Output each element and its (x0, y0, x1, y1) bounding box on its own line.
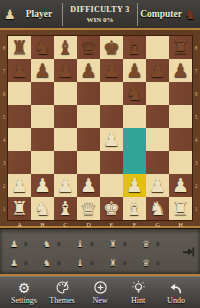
new-label: New (92, 296, 107, 305)
square-g6[interactable] (146, 82, 169, 105)
piece-white-rook[interactable]: ♜ (169, 197, 192, 220)
square-c6[interactable] (54, 82, 77, 105)
square-f2[interactable]: ♟ (123, 174, 146, 197)
piece-white-rook[interactable]: ♜ (8, 197, 31, 220)
square-c4[interactable] (54, 128, 77, 151)
rook-icon: ♜ (109, 239, 117, 249)
square-f6[interactable]: ♞ (123, 82, 146, 105)
square-f1[interactable]: ♝ (123, 197, 146, 220)
square-b5[interactable] (31, 105, 54, 128)
lightbulb-icon (131, 280, 146, 295)
square-a2[interactable]: ♟ (8, 174, 31, 197)
board[interactable]: ♜♞♝♛♚♝♜♟♟♟♟♟♟♟♟♞♟♟♟♟♟♟♟♟♜♞♝♛♚♝♞♜ (8, 36, 192, 220)
square-d5[interactable] (77, 105, 100, 128)
square-g2[interactable]: ♟ (146, 174, 169, 197)
piece-white-pawn[interactable]: ♟ (146, 174, 169, 197)
square-a5[interactable] (8, 105, 31, 128)
knight-icon: ♞ (43, 258, 51, 268)
captured-count: 0 (90, 259, 94, 267)
piece-white-king[interactable]: ♚ (100, 197, 123, 220)
captured-knight: ♞0 (43, 239, 76, 249)
square-d2[interactable]: ♟ (77, 174, 100, 197)
piece-white-queen[interactable]: ♛ (77, 197, 100, 220)
queen-icon: ♛ (142, 258, 150, 268)
rank-label-5: 5 (192, 105, 200, 128)
square-c5[interactable] (54, 105, 77, 128)
square-f7[interactable]: ♟ (123, 59, 146, 82)
square-d7[interactable]: ♟ (77, 59, 100, 82)
rank-label-8: 8 (0, 36, 8, 59)
captured-rook: ♜0 (109, 258, 142, 268)
captured-pieces-tray: ♟0♞0♝0♜0♛0 ♟0♞0♝0♜0♛0 (0, 228, 200, 276)
piece-black-bishop[interactable]: ♝ (54, 36, 77, 59)
rank-label-2: 2 (192, 174, 200, 197)
square-e2[interactable] (100, 174, 123, 197)
piece-black-knight[interactable]: ♞ (123, 82, 146, 105)
piece-black-pawn[interactable]: ♟ (146, 59, 169, 82)
captured-bishop: ♝0 (76, 258, 109, 268)
piece-black-pawn[interactable]: ♟ (31, 59, 54, 82)
piece-black-knight[interactable]: ♞ (31, 36, 54, 59)
rank-label-3: 3 (192, 151, 200, 174)
rank-label-1: 1 (0, 197, 8, 220)
hint-button[interactable]: Hint (119, 280, 157, 305)
captured-queen: ♛0 (142, 258, 175, 268)
piece-white-pawn[interactable]: ♟ (169, 174, 192, 197)
piece-white-pawn[interactable]: ♟ (54, 174, 77, 197)
square-a7[interactable]: ♟ (8, 59, 31, 82)
square-d3[interactable] (77, 151, 100, 174)
rank-label-4: 4 (192, 128, 200, 151)
top-bar: ♟ Player DIFFICULTY 3 WIN 0% Computer ♞ (0, 0, 200, 28)
captured-count: 0 (57, 240, 61, 248)
rook-icon: ♜ (109, 258, 117, 268)
square-h5[interactable] (169, 105, 192, 128)
square-h7[interactable]: ♟ (169, 59, 192, 82)
knight-icon: ♞ (43, 239, 51, 249)
square-d8[interactable]: ♛ (77, 36, 100, 59)
piece-white-pawn[interactable]: ♟ (31, 174, 54, 197)
square-b3[interactable] (31, 151, 54, 174)
square-h3[interactable] (169, 151, 192, 174)
square-c2[interactable]: ♟ (54, 174, 77, 197)
square-f5[interactable] (123, 105, 146, 128)
piece-white-pawn[interactable]: ♟ (77, 174, 100, 197)
themes-label: Themes (49, 296, 74, 305)
rank-label-7: 7 (192, 59, 200, 82)
computer-piece-icon: ♞ (184, 8, 196, 21)
piece-black-pawn[interactable]: ♟ (8, 59, 31, 82)
settings-button[interactable]: ⚙ Settings (5, 280, 43, 305)
square-g8[interactable] (146, 36, 169, 59)
captured-count: 0 (24, 259, 28, 267)
collapse-tray-icon[interactable] (181, 246, 195, 258)
undo-label: Undo (167, 296, 185, 305)
square-e8[interactable]: ♚ (100, 36, 123, 59)
square-b2[interactable]: ♟ (31, 174, 54, 197)
piece-black-pawn[interactable]: ♟ (123, 59, 146, 82)
piece-black-queen[interactable]: ♛ (77, 36, 100, 59)
square-g1[interactable]: ♞ (146, 197, 169, 220)
captured-bishop: ♝0 (76, 239, 109, 249)
piece-black-pawn[interactable]: ♟ (100, 59, 123, 82)
piece-white-pawn[interactable]: ♟ (100, 128, 123, 151)
square-e7[interactable]: ♟ (100, 59, 123, 82)
square-b1[interactable]: ♞ (31, 197, 54, 220)
captured-pawn: ♟0 (10, 239, 43, 249)
plus-circle-icon (93, 280, 108, 295)
difficulty-box: DIFFICULTY 3 WIN 0% (62, 3, 138, 26)
square-a4[interactable] (8, 128, 31, 151)
bishop-icon: ♝ (76, 239, 84, 249)
undo-arrow-icon (169, 280, 184, 295)
square-g7[interactable]: ♟ (146, 59, 169, 82)
hint-label: Hint (131, 296, 145, 305)
piece-white-knight[interactable]: ♞ (146, 197, 169, 220)
rank-label-1: 1 (192, 197, 200, 220)
rank-label-6: 6 (0, 82, 8, 105)
piece-black-rook[interactable]: ♜ (169, 36, 192, 59)
square-a6[interactable] (8, 82, 31, 105)
rank-labels-left: 87654321 (0, 36, 8, 220)
square-h2[interactable]: ♟ (169, 174, 192, 197)
square-d1[interactable]: ♛ (77, 197, 100, 220)
captured-knight: ♞0 (43, 258, 76, 268)
piece-white-bishop[interactable]: ♝ (54, 197, 77, 220)
board-frame: 87654321 87654321 ♜♞♝♛♚♝♜♟♟♟♟♟♟♟♟♞♟♟♟♟♟♟… (0, 28, 200, 228)
player-label: Player (16, 9, 63, 19)
piece-black-pawn[interactable]: ♟ (169, 59, 192, 82)
rank-label-5: 5 (0, 105, 8, 128)
square-f8[interactable]: ♝ (123, 36, 146, 59)
square-g3[interactable] (146, 151, 169, 174)
square-f4[interactable] (123, 128, 146, 151)
square-e4[interactable]: ♟ (100, 128, 123, 151)
square-b7[interactable]: ♟ (31, 59, 54, 82)
captured-row-black: ♟0♞0♝0♜0♛0 (10, 253, 178, 272)
captured-queen: ♛0 (142, 239, 175, 249)
piece-black-pawn[interactable]: ♟ (77, 59, 100, 82)
square-d4[interactable] (77, 128, 100, 151)
captured-pawn: ♟0 (10, 258, 43, 268)
difficulty-label: DIFFICULTY 3 (70, 5, 130, 14)
piece-white-bishop[interactable]: ♝ (123, 197, 146, 220)
piece-white-knight[interactable]: ♞ (31, 197, 54, 220)
square-d6[interactable] (77, 82, 100, 105)
captured-row-white: ♟0♞0♝0♜0♛0 (10, 234, 178, 253)
piece-black-pawn[interactable]: ♟ (54, 59, 77, 82)
square-c7[interactable]: ♟ (54, 59, 77, 82)
rank-label-7: 7 (0, 59, 8, 82)
captured-count: 0 (156, 259, 160, 267)
square-h8[interactable]: ♜ (169, 36, 192, 59)
undo-button[interactable]: Undo (157, 280, 195, 305)
square-a8[interactable]: ♜ (8, 36, 31, 59)
rank-label-3: 3 (0, 151, 8, 174)
square-e3[interactable] (100, 151, 123, 174)
rank-labels-right: 87654321 (192, 36, 200, 220)
square-c1[interactable]: ♝ (54, 197, 77, 220)
captured-count: 0 (24, 240, 28, 248)
square-g5[interactable] (146, 105, 169, 128)
bishop-icon: ♝ (76, 258, 84, 268)
square-g4[interactable] (146, 128, 169, 151)
piece-white-pawn[interactable]: ♟ (123, 174, 146, 197)
square-b6[interactable] (31, 82, 54, 105)
square-e5[interactable] (100, 105, 123, 128)
pawn-icon: ♟ (10, 239, 18, 249)
square-b8[interactable]: ♞ (31, 36, 54, 59)
palette-icon (55, 280, 70, 295)
computer-label: Computer (138, 9, 185, 19)
pawn-icon: ♟ (10, 258, 18, 268)
square-e1[interactable]: ♚ (100, 197, 123, 220)
queen-icon: ♛ (142, 239, 150, 249)
square-a3[interactable] (8, 151, 31, 174)
captured-count: 0 (90, 240, 94, 248)
captured-count: 0 (57, 259, 61, 267)
player-piece-icon: ♟ (4, 8, 16, 21)
rank-label-6: 6 (192, 82, 200, 105)
square-c3[interactable] (54, 151, 77, 174)
square-h1[interactable]: ♜ (169, 197, 192, 220)
rank-label-2: 2 (0, 174, 8, 197)
new-game-button[interactable]: New (81, 280, 119, 305)
themes-button[interactable]: Themes (43, 280, 81, 305)
settings-label: Settings (11, 296, 37, 305)
square-a1[interactable]: ♜ (8, 197, 31, 220)
rank-label-4: 4 (0, 128, 8, 151)
bottom-toolbar: ⚙ Settings Themes New (0, 276, 200, 308)
piece-black-rook[interactable]: ♜ (8, 36, 31, 59)
square-c8[interactable]: ♝ (54, 36, 77, 59)
captured-count: 0 (123, 240, 127, 248)
win-percentage-label: WIN 0% (70, 16, 130, 24)
captured-count: 0 (156, 240, 160, 248)
piece-black-king[interactable]: ♚ (100, 36, 123, 59)
piece-white-pawn[interactable]: ♟ (8, 174, 31, 197)
square-h4[interactable] (169, 128, 192, 151)
square-e6[interactable] (100, 82, 123, 105)
gear-icon: ⚙ (18, 280, 31, 295)
piece-black-bishop[interactable]: ♝ (123, 36, 146, 59)
square-h6[interactable] (169, 82, 192, 105)
square-f3[interactable] (123, 151, 146, 174)
rank-label-8: 8 (192, 36, 200, 59)
square-b4[interactable] (31, 128, 54, 151)
captured-rook: ♜0 (109, 239, 142, 249)
captured-count: 0 (123, 259, 127, 267)
